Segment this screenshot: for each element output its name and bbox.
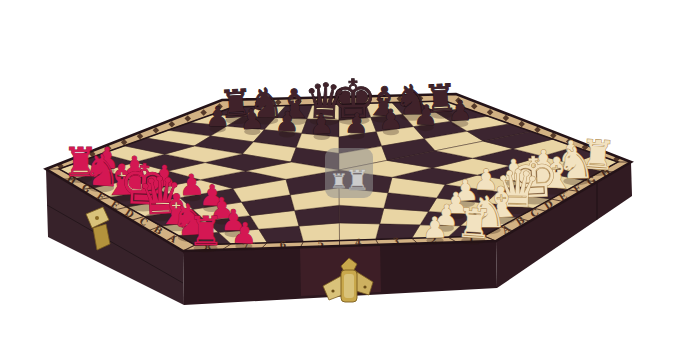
piece-red-rook[interactable]: ♜ <box>188 208 224 254</box>
piece-white-rook[interactable]: ♜ <box>455 199 494 247</box>
piece-red-pawn[interactable]: ♟ <box>231 215 259 251</box>
watermark-badge: ♜♜ <box>325 148 373 198</box>
piece-black-pawn[interactable]: ♟ <box>275 106 300 138</box>
piece-black-pawn[interactable]: ♟ <box>239 103 265 135</box>
piece-black-pawn[interactable]: ♟ <box>206 101 230 132</box>
three-player-chess-board: 87654321ABCDEFGHABCDEFGH♜♞♝♜♚♞♝♛♟♟♟♟♟♟♟♟… <box>0 0 695 344</box>
piece-black-pawn[interactable]: ♟ <box>413 99 439 131</box>
piece-black-pawn[interactable]: ♟ <box>344 107 370 139</box>
piece-black-pawn[interactable]: ♟ <box>308 108 334 140</box>
product-photo-stage: 87654321ABCDEFGHABCDEFGH♜♞♝♜♚♞♝♛♟♟♟♟♟♟♟♟… <box>0 0 695 344</box>
watermark-rook-icon: ♜ <box>344 164 369 197</box>
piece-black-pawn[interactable]: ♟ <box>448 95 472 126</box>
piece-black-pawn[interactable]: ♟ <box>378 103 403 135</box>
piece-white-pawn[interactable]: ♟ <box>422 210 448 245</box>
